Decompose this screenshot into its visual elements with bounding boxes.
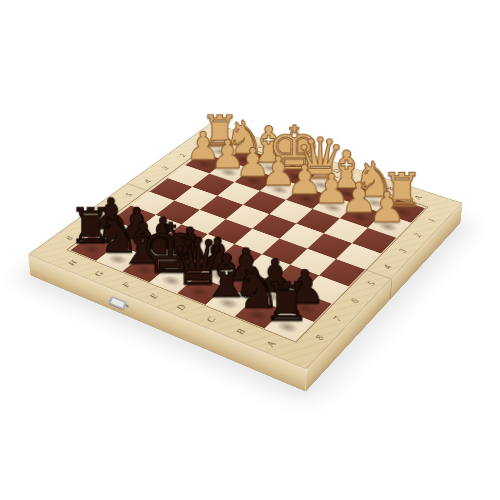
rank-label-right-6-text: 6: [348, 297, 361, 304]
file-label-far-c-text: C: [357, 177, 369, 183]
rank-label-right-3-text: 3: [396, 247, 408, 253]
rank-label-left-4-text: 4: [142, 178, 153, 183]
file-label-far-h-text: H: [232, 136, 244, 141]
black-rook-a8[interactable]: ♜: [262, 277, 310, 328]
photo-scene: ♜♞♝♚♛♝♞♜♟♟♟♟♟♟♟♟♟♟♟♟♟♟♟♟♜♞♝♚♛♝♞♜ HHGGFFE…: [0, 0, 500, 500]
rank-label-right-8-text: 8: [312, 333, 326, 340]
file-label-near-e-text: E: [147, 292, 161, 299]
clasp-screw: [125, 303, 129, 308]
file-label-near-f-text: F: [120, 281, 133, 288]
board-frame: ♜♞♝♚♛♝♞♜♟♟♟♟♟♟♟♟♟♟♟♟♟♟♟♟♜♞♝♚♛♝♞♜ HHGGFFE…: [28, 122, 463, 369]
clasp-hook: [109, 296, 127, 310]
rank-label-right-7-text: 7: [331, 315, 344, 322]
rank-label-left-3-text: 3: [160, 165, 171, 170]
rank-label-right-2-text: 2: [411, 232, 423, 238]
rank-label-right-1-text: 1: [425, 217, 437, 223]
file-label-near-g-text: G: [93, 270, 107, 277]
fold-seam-side: [390, 278, 393, 299]
chess-board-box: ♜♞♝♚♛♝♞♜♟♟♟♟♟♟♟♟♟♟♟♟♟♟♟♟♜♞♝♚♛♝♞♜ HHGGFFE…: [28, 122, 463, 369]
file-label-far-e-text: E: [306, 160, 318, 165]
file-label-near-c-text: C: [204, 315, 218, 323]
rank-label-left-1-text: 1: [194, 141, 205, 146]
file-label-far-b-text: B: [384, 185, 396, 191]
file-label-far-f-text: F: [281, 152, 292, 157]
file-label-near-h-text: H: [66, 259, 80, 266]
file-label-far-g-text: G: [256, 144, 268, 149]
metal-clasp-icon: [110, 293, 129, 311]
square-a8[interactable]: ♜: [265, 310, 314, 341]
rank-label-right-4-text: 4: [381, 263, 394, 269]
file-label-near-a-text: A: [264, 340, 278, 348]
rank-label-left-2-text: 2: [177, 153, 188, 158]
file-label-far-d-text: D: [331, 168, 343, 174]
file-label-near-b-text: B: [233, 327, 247, 335]
file-label-near-d-text: D: [175, 303, 189, 311]
file-label-far-a-text: A: [412, 194, 424, 200]
rank-label-right-5-text: 5: [365, 280, 378, 286]
